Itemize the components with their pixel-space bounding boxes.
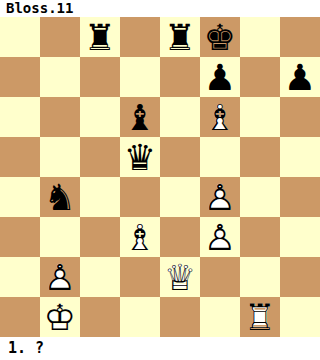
square-a7[interactable] (0, 57, 40, 97)
square-e5[interactable] (160, 137, 200, 177)
square-e2[interactable]: ♛♕ (160, 257, 200, 297)
square-b5[interactable] (40, 137, 80, 177)
square-g3[interactable] (240, 217, 280, 257)
square-d4[interactable] (120, 177, 160, 217)
square-e7[interactable] (160, 57, 200, 97)
square-h4[interactable] (280, 177, 320, 217)
diagram-title: Bloss.11 (0, 0, 320, 17)
piece-white-queen-fill: ♛ (160, 257, 200, 297)
piece-black-pawn: ♟ (200, 57, 240, 97)
piece-white-bishop-fill: ♝ (120, 217, 160, 257)
square-b8[interactable] (40, 17, 80, 57)
square-c7[interactable] (80, 57, 120, 97)
square-g4[interactable] (240, 177, 280, 217)
square-f7[interactable]: ♟ (200, 57, 240, 97)
square-b7[interactable] (40, 57, 80, 97)
square-c8[interactable]: ♜ (80, 17, 120, 57)
square-c3[interactable] (80, 217, 120, 257)
square-c1[interactable] (80, 297, 120, 337)
piece-white-pawn: ♙ (40, 257, 80, 297)
square-e3[interactable] (160, 217, 200, 257)
square-a3[interactable] (0, 217, 40, 257)
square-b4[interactable]: ♞ (40, 177, 80, 217)
square-d6[interactable]: ♝ (120, 97, 160, 137)
piece-white-king: ♔ (40, 297, 80, 337)
square-d7[interactable] (120, 57, 160, 97)
square-e1[interactable] (160, 297, 200, 337)
square-h3[interactable] (280, 217, 320, 257)
square-h7[interactable]: ♟ (280, 57, 320, 97)
square-a6[interactable] (0, 97, 40, 137)
square-d1[interactable] (120, 297, 160, 337)
square-d2[interactable] (120, 257, 160, 297)
piece-white-pawn-fill: ♟ (200, 177, 240, 217)
square-a4[interactable] (0, 177, 40, 217)
piece-black-rook: ♜ (80, 17, 120, 57)
piece-black-bishop: ♝ (120, 97, 160, 137)
square-h8[interactable] (280, 17, 320, 57)
piece-white-bishop: ♗ (200, 97, 240, 137)
piece-black-knight: ♞ (40, 177, 80, 217)
move-prompt: 1. ? (0, 337, 320, 360)
square-e8[interactable]: ♜ (160, 17, 200, 57)
piece-black-king: ♚ (200, 17, 240, 57)
square-a8[interactable] (0, 17, 40, 57)
square-d8[interactable] (120, 17, 160, 57)
square-b2[interactable]: ♟♙ (40, 257, 80, 297)
square-e6[interactable] (160, 97, 200, 137)
square-a1[interactable] (0, 297, 40, 337)
square-d5[interactable]: ♛ (120, 137, 160, 177)
square-f5[interactable] (200, 137, 240, 177)
square-a2[interactable] (0, 257, 40, 297)
square-c5[interactable] (80, 137, 120, 177)
square-h5[interactable] (280, 137, 320, 177)
square-c2[interactable] (80, 257, 120, 297)
square-f1[interactable] (200, 297, 240, 337)
chess-board: ♜♜♚♟♟♝♝♗♛♞♟♙♝♗♟♙♟♙♛♕♚♔♜♖ (0, 17, 320, 337)
piece-white-pawn-fill: ♟ (200, 217, 240, 257)
square-g5[interactable] (240, 137, 280, 177)
square-h6[interactable] (280, 97, 320, 137)
square-f8[interactable]: ♚ (200, 17, 240, 57)
square-g6[interactable] (240, 97, 280, 137)
square-d3[interactable]: ♝♗ (120, 217, 160, 257)
square-g7[interactable] (240, 57, 280, 97)
piece-white-rook: ♖ (240, 297, 280, 337)
square-b6[interactable] (40, 97, 80, 137)
piece-white-pawn: ♙ (200, 177, 240, 217)
square-g8[interactable] (240, 17, 280, 57)
piece-white-bishop: ♗ (120, 217, 160, 257)
square-e4[interactable] (160, 177, 200, 217)
piece-white-pawn-fill: ♟ (40, 257, 80, 297)
square-g1[interactable]: ♜♖ (240, 297, 280, 337)
square-b1[interactable]: ♚♔ (40, 297, 80, 337)
piece-white-rook-fill: ♜ (240, 297, 280, 337)
square-a5[interactable] (0, 137, 40, 177)
square-h2[interactable] (280, 257, 320, 297)
square-b3[interactable] (40, 217, 80, 257)
square-g2[interactable] (240, 257, 280, 297)
square-f3[interactable]: ♟♙ (200, 217, 240, 257)
square-c4[interactable] (80, 177, 120, 217)
piece-black-pawn: ♟ (280, 57, 320, 97)
square-c6[interactable] (80, 97, 120, 137)
square-f6[interactable]: ♝♗ (200, 97, 240, 137)
piece-white-bishop-fill: ♝ (200, 97, 240, 137)
piece-white-king-fill: ♚ (40, 297, 80, 337)
square-f4[interactable]: ♟♙ (200, 177, 240, 217)
square-f2[interactable] (200, 257, 240, 297)
piece-black-queen: ♛ (120, 137, 160, 177)
piece-white-queen: ♕ (160, 257, 200, 297)
piece-black-rook: ♜ (160, 17, 200, 57)
piece-white-pawn: ♙ (200, 217, 240, 257)
square-h1[interactable] (280, 297, 320, 337)
